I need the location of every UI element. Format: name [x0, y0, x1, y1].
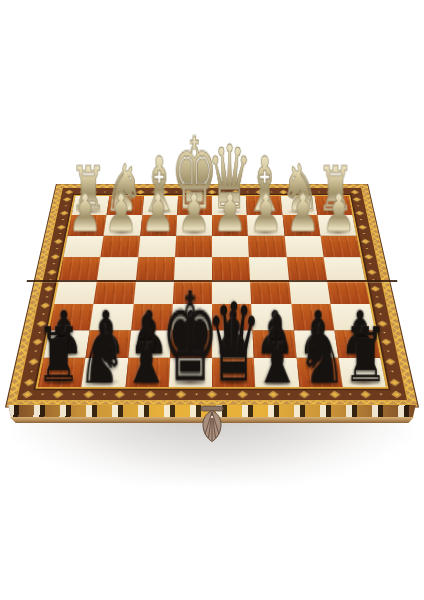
inlay-diamond-icon: ◈ — [57, 224, 66, 230]
square-c2[interactable]: ♟ — [247, 215, 284, 235]
square-c4[interactable] — [249, 257, 288, 280]
square-f2[interactable]: ♟ — [140, 215, 177, 235]
inlay-diamond-icon: ◈ — [24, 377, 35, 386]
inlay-diamond-icon: ◈ — [47, 269, 57, 276]
inlay-dot-icon: • — [52, 262, 56, 266]
white-pawn[interactable]: ♟ — [141, 188, 175, 239]
inlay-dot-icon: • — [390, 369, 395, 374]
board-grid: ♜♞♝♚♛♝♞♜♟♟♟♟♟♟♟♟♟♟♟♟♟♟♟♟♜♞♝♚♛♝♞♜ — [38, 196, 386, 387]
product-photo-background: ◈•◈•◈•◈•◈•◈•◈•◈•◈•◈•◈•◈•◈ ◈•◈•◈•◈•◈•◈•◈•… — [0, 0, 424, 600]
square-e2[interactable]: ♟ — [176, 215, 212, 235]
square-g2[interactable]: ♟ — [104, 215, 142, 235]
inlay-dot-icon: • — [58, 232, 62, 235]
inlay-diamond-icon: ◈ — [44, 285, 54, 292]
inlay-diamond-icon: ◈ — [391, 390, 403, 399]
chess-board: ◈•◈•◈•◈•◈•◈•◈•◈•◈•◈•◈•◈•◈ ◈•◈•◈•◈•◈•◈•◈•… — [5, 184, 419, 408]
square-e8[interactable]: ♚ — [169, 358, 212, 387]
clasp-latch-icon — [198, 405, 226, 447]
square-g4[interactable] — [97, 257, 137, 280]
inlay-diamond-icon: ◈ — [370, 285, 380, 292]
square-c3[interactable] — [248, 236, 286, 258]
white-pawn[interactable]: ♟ — [177, 188, 211, 239]
inlay-dot-icon: • — [362, 232, 366, 235]
white-pawn[interactable]: ♟ — [213, 188, 247, 239]
inlay-dot-icon: • — [61, 218, 65, 221]
black-king[interactable]: ♚ — [161, 277, 219, 400]
white-pawn[interactable]: ♟ — [249, 188, 283, 239]
square-f3[interactable] — [138, 236, 176, 258]
inlay-diamond-icon: ◈ — [358, 224, 367, 230]
square-b2[interactable]: ♟ — [282, 215, 320, 235]
square-h2[interactable]: ♟ — [68, 215, 107, 235]
square-h4[interactable] — [59, 257, 101, 280]
inlay-dot-icon: • — [29, 369, 34, 374]
black-rook[interactable]: ♜ — [343, 318, 388, 394]
square-h3[interactable] — [63, 236, 103, 258]
inlay-dot-icon: • — [359, 218, 363, 221]
inlay-diamond-icon: ◈ — [51, 253, 61, 259]
square-g3[interactable] — [101, 236, 140, 258]
black-knight[interactable]: ♞ — [78, 314, 127, 394]
inlay-diamond-icon: ◈ — [22, 390, 34, 399]
inlay-diamond-icon: ◈ — [355, 210, 364, 216]
inlay-dot-icon: • — [368, 262, 372, 266]
inlay-diamond-icon: ◈ — [367, 269, 377, 276]
white-pawn[interactable]: ♟ — [104, 188, 138, 239]
square-b4[interactable] — [286, 257, 326, 280]
black-knight[interactable]: ♞ — [297, 314, 346, 394]
inlay-dot-icon: • — [365, 247, 369, 250]
white-pawn[interactable]: ♟ — [322, 188, 356, 239]
square-d3[interactable] — [212, 236, 249, 258]
inlay-diamond-icon: ◈ — [364, 253, 374, 259]
square-a2[interactable]: ♟ — [317, 215, 356, 235]
white-pawn[interactable]: ♟ — [286, 188, 320, 239]
square-a4[interactable] — [323, 257, 365, 280]
square-d2[interactable]: ♟ — [212, 215, 248, 235]
inlay-diamond-icon: ◈ — [54, 238, 63, 244]
square-a3[interactable] — [320, 236, 360, 258]
white-pawn[interactable]: ♟ — [68, 188, 102, 239]
square-e3[interactable] — [175, 236, 212, 258]
inlay-diamond-icon: ◈ — [389, 377, 400, 386]
inlay-dot-icon: • — [356, 204, 360, 207]
inlay-border-frame: ◈•◈•◈•◈•◈•◈•◈•◈•◈•◈•◈•◈•◈ ◈•◈•◈•◈•◈•◈•◈•… — [16, 188, 409, 401]
square-b8[interactable]: ♞ — [296, 358, 342, 387]
inlay-dot-icon: • — [55, 247, 59, 250]
black-rook[interactable]: ♜ — [36, 318, 81, 394]
square-b3[interactable] — [284, 236, 323, 258]
inlay-diamond-icon: ◈ — [361, 238, 370, 244]
